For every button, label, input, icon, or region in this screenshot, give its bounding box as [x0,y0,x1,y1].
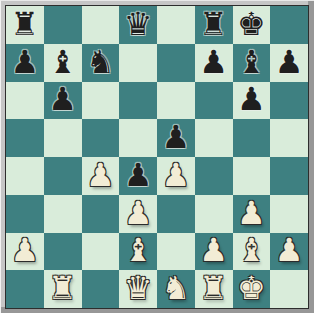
piece-black-queen[interactable]: ♛ [124,8,153,40]
piece-black-pawn[interactable]: ♟ [162,121,191,153]
square-e3[interactable] [157,195,195,233]
piece-black-king[interactable]: ♚ [237,8,266,40]
square-d7[interactable] [119,44,157,82]
piece-white-queen[interactable]: ♛ [124,272,153,304]
piece-white-pawn[interactable]: ♟ [275,234,304,266]
square-h7[interactable]: ♟ [270,44,308,82]
square-f2[interactable]: ♟ [195,233,233,271]
square-h3[interactable] [270,195,308,233]
square-c5[interactable] [82,119,120,157]
square-d2[interactable]: ♝ [119,233,157,271]
piece-white-bishop[interactable]: ♝ [237,234,266,266]
square-a3[interactable] [6,195,44,233]
square-a5[interactable] [6,119,44,157]
piece-black-bishop[interactable]: ♝ [48,46,77,78]
square-h8[interactable] [270,6,308,44]
square-g6[interactable]: ♟ [233,82,271,120]
square-f5[interactable] [195,119,233,157]
board-frame: ♜♛♜♚♟♝♞♟♝♟♟♟♟♟♟♟♟♟♟♝♟♝♟♜♛♞♜♚ [0,0,314,313]
piece-white-pawn[interactable]: ♟ [86,159,115,191]
square-e4[interactable]: ♟ [157,157,195,195]
square-h4[interactable] [270,157,308,195]
square-c1[interactable] [82,270,120,308]
piece-black-pawn[interactable]: ♟ [48,83,77,115]
square-b6[interactable]: ♟ [44,82,82,120]
piece-black-pawn[interactable]: ♟ [275,46,304,78]
square-b8[interactable] [44,6,82,44]
square-g8[interactable]: ♚ [233,6,271,44]
piece-white-pawn[interactable]: ♟ [237,197,266,229]
piece-black-pawn[interactable]: ♟ [237,83,266,115]
square-b2[interactable] [44,233,82,271]
square-c7[interactable]: ♞ [82,44,120,82]
square-d5[interactable] [119,119,157,157]
square-g4[interactable] [233,157,271,195]
square-b5[interactable] [44,119,82,157]
square-h6[interactable] [270,82,308,120]
square-h5[interactable] [270,119,308,157]
square-a1[interactable] [6,270,44,308]
square-f6[interactable] [195,82,233,120]
piece-white-pawn[interactable]: ♟ [199,234,228,266]
piece-black-bishop[interactable]: ♝ [237,46,266,78]
piece-white-rook[interactable]: ♜ [48,272,77,304]
chess-board: ♜♛♜♚♟♝♞♟♝♟♟♟♟♟♟♟♟♟♟♝♟♝♟♜♛♞♜♚ [5,5,309,309]
square-a4[interactable] [6,157,44,195]
square-e7[interactable] [157,44,195,82]
piece-white-rook[interactable]: ♜ [199,272,228,304]
square-c2[interactable] [82,233,120,271]
square-f4[interactable] [195,157,233,195]
piece-white-pawn[interactable]: ♟ [11,234,40,266]
square-g2[interactable]: ♝ [233,233,271,271]
square-d4[interactable]: ♟ [119,157,157,195]
square-b3[interactable] [44,195,82,233]
square-e5[interactable]: ♟ [157,119,195,157]
square-c4[interactable]: ♟ [82,157,120,195]
square-f3[interactable] [195,195,233,233]
square-h1[interactable] [270,270,308,308]
square-f1[interactable]: ♜ [195,270,233,308]
square-d6[interactable] [119,82,157,120]
square-g7[interactable]: ♝ [233,44,271,82]
square-d3[interactable]: ♟ [119,195,157,233]
square-h2[interactable]: ♟ [270,233,308,271]
square-e8[interactable] [157,6,195,44]
square-b4[interactable] [44,157,82,195]
square-e1[interactable]: ♞ [157,270,195,308]
square-a7[interactable]: ♟ [6,44,44,82]
square-c3[interactable] [82,195,120,233]
piece-white-pawn[interactable]: ♟ [162,159,191,191]
square-a2[interactable]: ♟ [6,233,44,271]
piece-white-pawn[interactable]: ♟ [124,197,153,229]
piece-black-rook[interactable]: ♜ [11,8,40,40]
piece-white-knight[interactable]: ♞ [162,272,191,304]
square-g5[interactable] [233,119,271,157]
piece-white-bishop[interactable]: ♝ [124,234,153,266]
square-e6[interactable] [157,82,195,120]
piece-black-rook[interactable]: ♜ [199,8,228,40]
piece-black-pawn[interactable]: ♟ [124,159,153,191]
square-a8[interactable]: ♜ [6,6,44,44]
piece-black-pawn[interactable]: ♟ [11,46,40,78]
square-g1[interactable]: ♚ [233,270,271,308]
piece-black-pawn[interactable]: ♟ [199,46,228,78]
square-c8[interactable] [82,6,120,44]
square-f7[interactable]: ♟ [195,44,233,82]
square-b1[interactable]: ♜ [44,270,82,308]
square-a6[interactable] [6,82,44,120]
square-c6[interactable] [82,82,120,120]
square-e2[interactable] [157,233,195,271]
piece-white-king[interactable]: ♚ [237,272,266,304]
square-d1[interactable]: ♛ [119,270,157,308]
piece-black-knight[interactable]: ♞ [86,46,115,78]
square-f8[interactable]: ♜ [195,6,233,44]
square-b7[interactable]: ♝ [44,44,82,82]
square-d8[interactable]: ♛ [119,6,157,44]
square-g3[interactable]: ♟ [233,195,271,233]
